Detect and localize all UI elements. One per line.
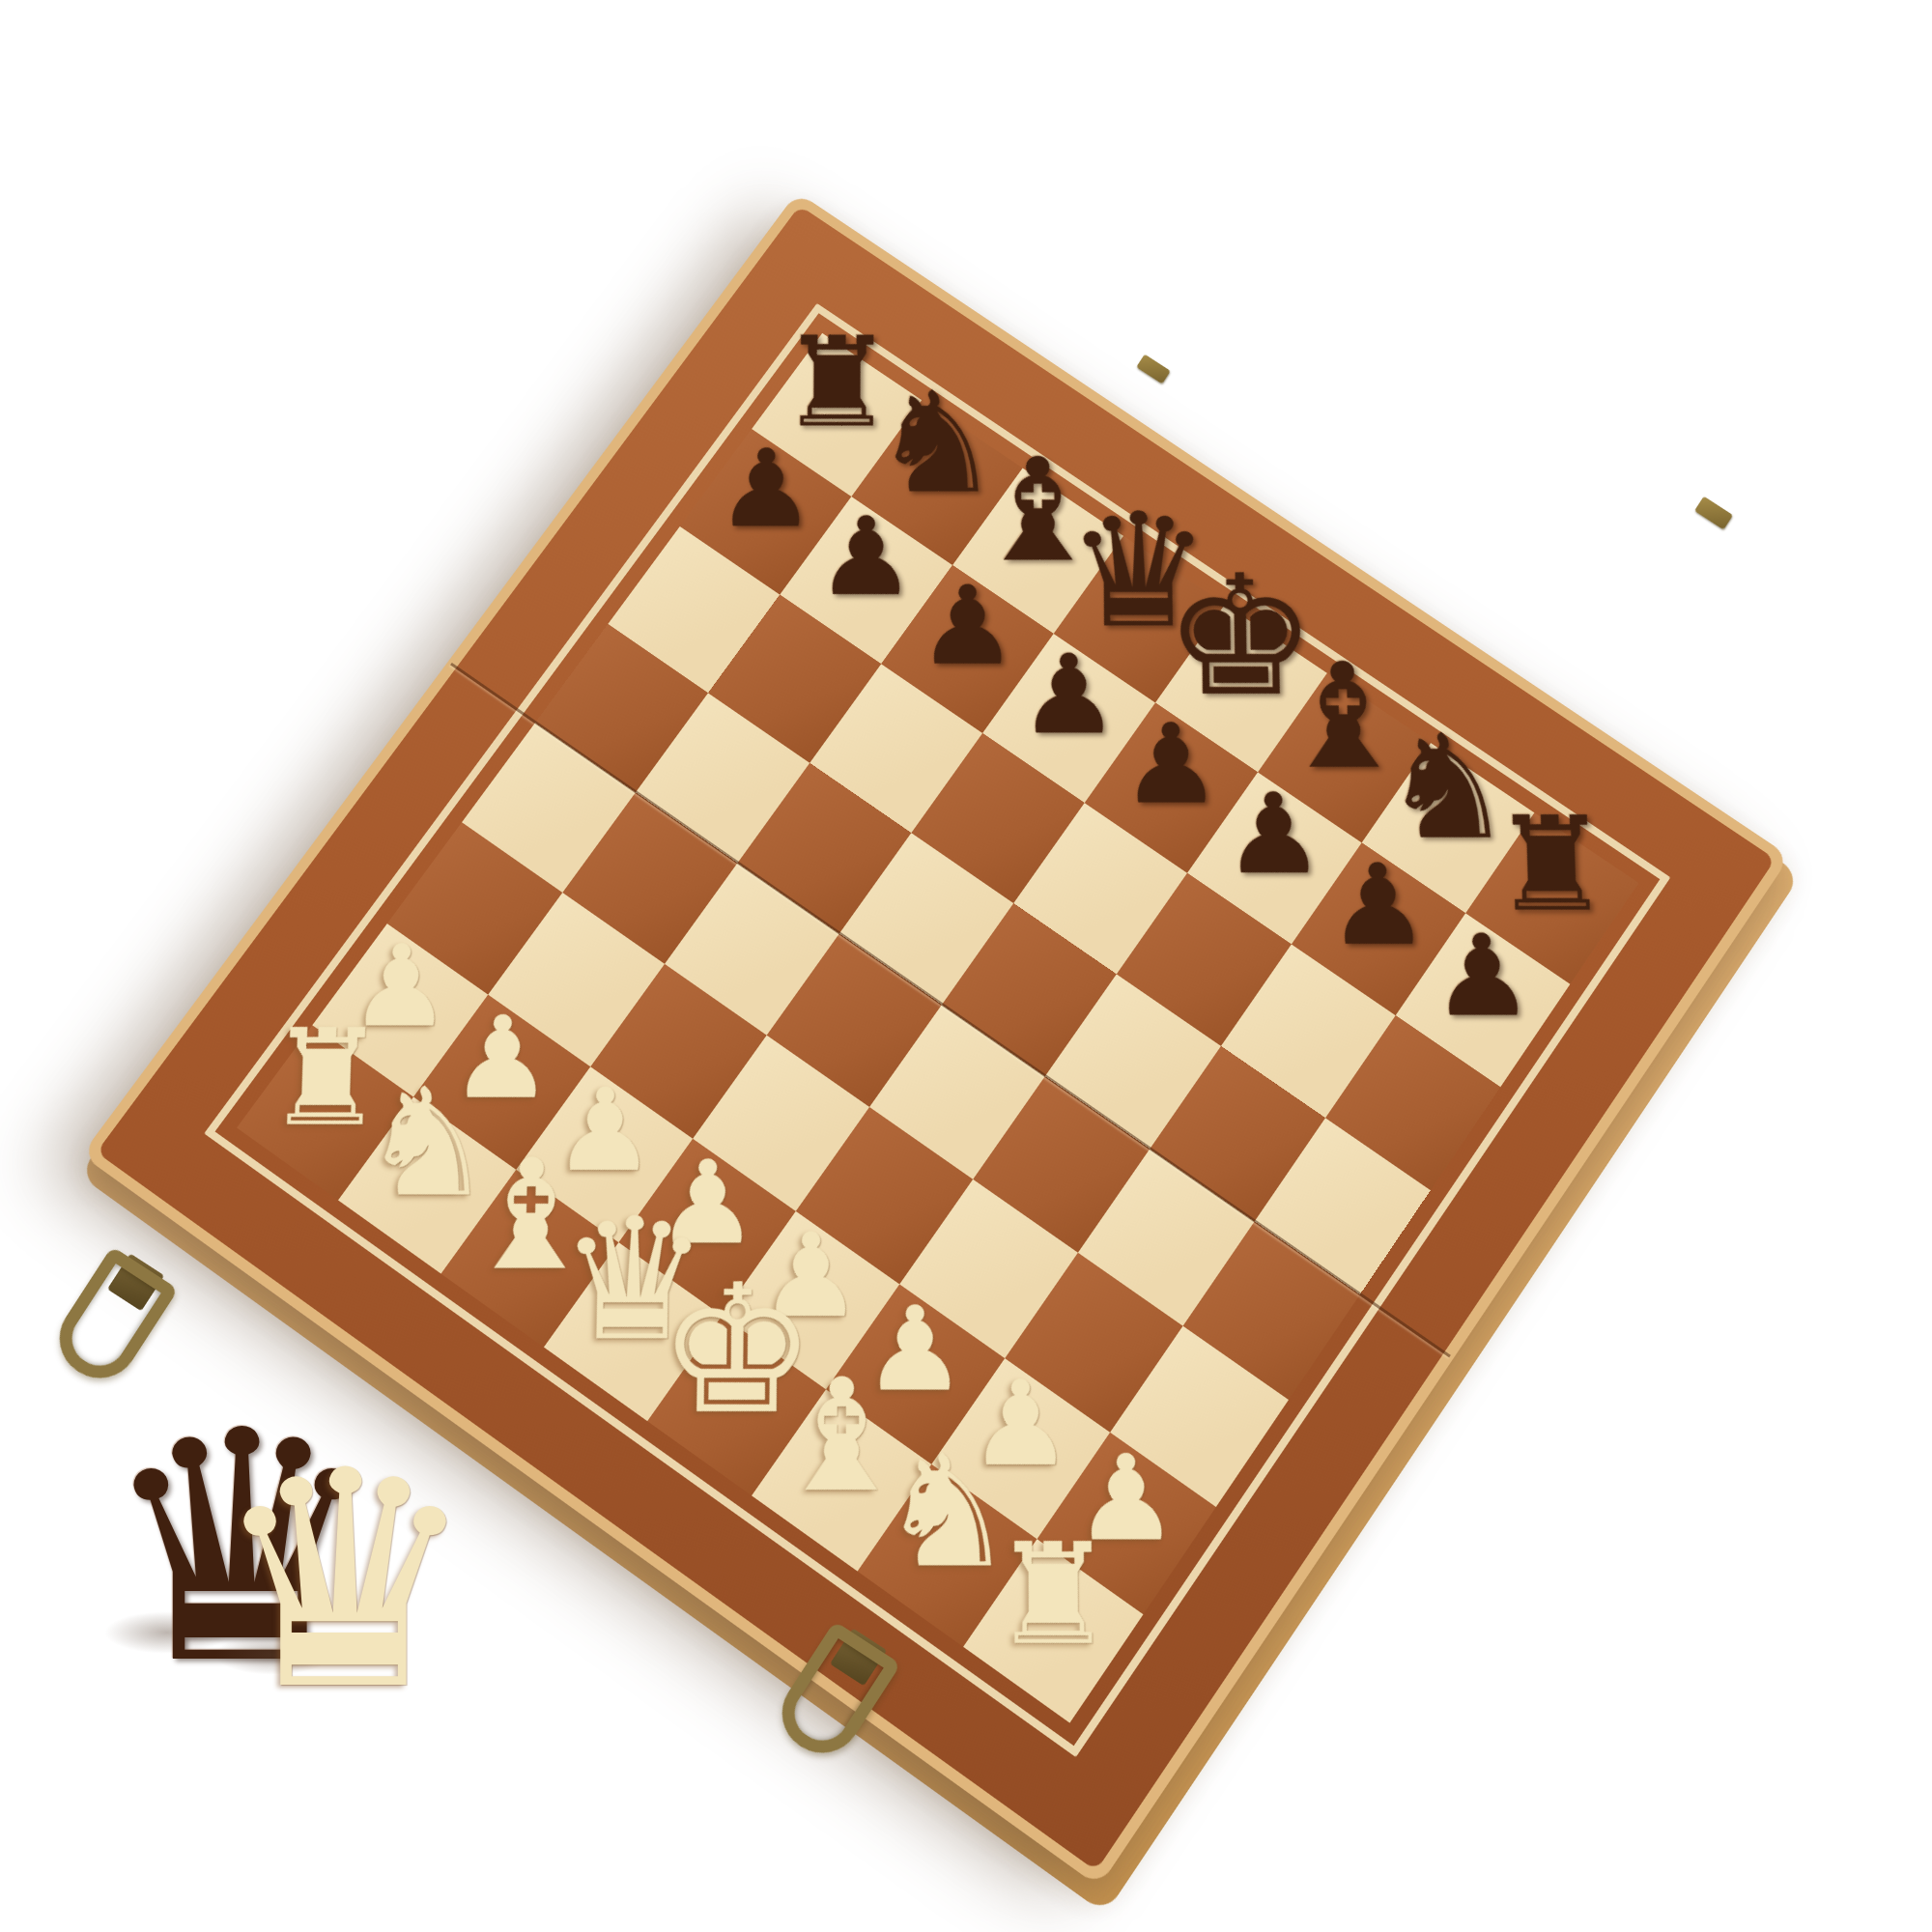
chess-set-photo: ♜♞♝♛♚♝♞♜♟♟♟♟♟♟♟♟♟♟♟♟♟♟♟♟♜♞♝♛♚♝♞♜ ♛ ♛ — [0, 0, 1932, 1932]
white-rook: ♜ — [991, 1525, 1115, 1665]
black-pawn: ♟ — [816, 503, 917, 611]
black-pawn: ♟ — [716, 435, 816, 542]
hinge-right-edge — [1694, 497, 1733, 530]
black-pawn: ♟ — [917, 571, 1017, 680]
black-pawn: ♟ — [1430, 920, 1535, 1033]
black-pawn: ♟ — [1121, 709, 1223, 819]
black-pawn: ♟ — [1018, 639, 1120, 749]
black-pawn: ♟ — [1326, 849, 1431, 961]
black-pawn: ♟ — [1223, 779, 1326, 890]
spare-white-queen-piece: ♛ — [211, 1432, 479, 1731]
hinge-upper-edge — [1136, 355, 1171, 384]
